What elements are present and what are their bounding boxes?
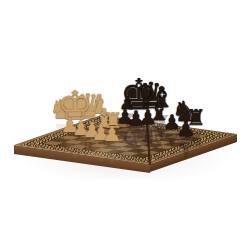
chess-piece-dark-p: ♟ [127,108,145,128]
chess-piece-light-p: ♟ [103,124,122,145]
chess-piece-dark-p: ♟ [177,119,196,140]
chess-set-product-photo: ♟♟♝♝♛♛♚♚♝♝♞♞♛♛♝♝♚♚♟♟♞♞♟♟♟♟♜♜♝♝♜♜♟♟♟♟♟♟♟♟… [0,0,250,250]
